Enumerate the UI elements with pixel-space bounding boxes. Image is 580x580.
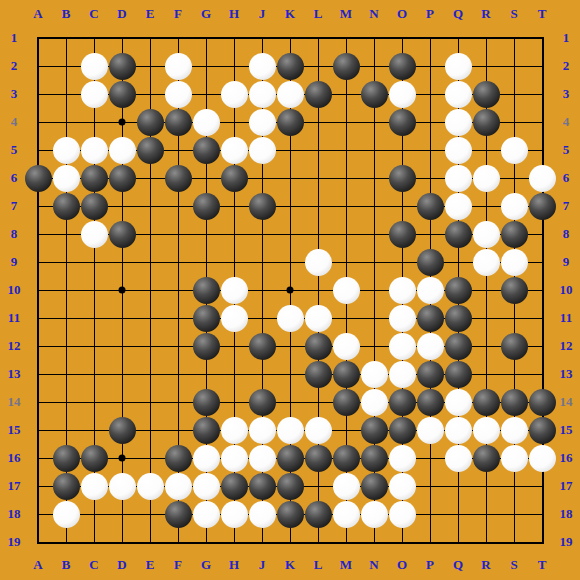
white-stone-Q15 [445,417,472,444]
white-stone-M17 [333,473,360,500]
black-stone-P11 [417,305,444,332]
white-stone-G4 [193,109,220,136]
white-stone-S15 [501,417,528,444]
white-stone-Q7 [445,193,472,220]
white-stone-N13 [361,361,388,388]
black-stone-P14 [417,389,444,416]
column-label-top-J: J [248,6,276,22]
white-stone-J18 [249,501,276,528]
column-label-bottom-M: M [332,557,360,573]
white-stone-Q2 [445,53,472,80]
white-stone-O17 [389,473,416,500]
white-stone-M18 [333,501,360,528]
black-stone-N16 [361,445,388,472]
row-label-right-16: 16 [552,450,580,466]
white-stone-E17 [137,473,164,500]
black-stone-H6 [221,165,248,192]
column-label-bottom-B: B [52,557,80,573]
column-label-bottom-A: A [24,557,52,573]
white-stone-B6 [53,165,80,192]
row-label-left-11: 11 [0,310,28,326]
black-stone-D2 [109,53,136,80]
column-label-bottom-F: F [164,557,192,573]
column-label-top-T: T [528,6,556,22]
white-stone-J2 [249,53,276,80]
black-stone-N3 [361,81,388,108]
row-label-left-3: 3 [0,86,28,102]
column-label-top-C: C [80,6,108,22]
black-stone-Q13 [445,361,472,388]
row-label-left-13: 13 [0,366,28,382]
column-label-top-S: S [500,6,528,22]
row-label-right-12: 12 [552,338,580,354]
black-stone-S10 [501,277,528,304]
white-stone-H18 [221,501,248,528]
row-label-left-5: 5 [0,142,28,158]
white-stone-C5 [81,137,108,164]
black-stone-G10 [193,277,220,304]
white-stone-C3 [81,81,108,108]
black-stone-B16 [53,445,80,472]
white-stone-H16 [221,445,248,472]
white-stone-C2 [81,53,108,80]
black-stone-Q12 [445,333,472,360]
row-label-right-3: 3 [552,86,580,102]
column-label-bottom-T: T [528,557,556,573]
row-label-right-17: 17 [552,478,580,494]
black-stone-P13 [417,361,444,388]
row-label-left-12: 12 [0,338,28,354]
column-label-top-N: N [360,6,388,22]
white-stone-O3 [389,81,416,108]
black-stone-L3 [305,81,332,108]
white-stone-H3 [221,81,248,108]
column-label-bottom-O: O [388,557,416,573]
white-stone-P10 [417,277,444,304]
white-stone-B5 [53,137,80,164]
black-stone-G11 [193,305,220,332]
column-label-top-D: D [108,6,136,22]
black-stone-B17 [53,473,80,500]
column-label-top-G: G [192,6,220,22]
white-stone-K3 [277,81,304,108]
black-stone-O6 [389,165,416,192]
black-stone-G5 [193,137,220,164]
row-label-left-18: 18 [0,506,28,522]
white-stone-J16 [249,445,276,472]
white-stone-F3 [165,81,192,108]
white-stone-C17 [81,473,108,500]
row-label-left-14: 14 [0,394,28,410]
row-label-right-7: 7 [552,198,580,214]
column-label-bottom-Q: Q [444,557,472,573]
white-stone-O16 [389,445,416,472]
white-stone-S5 [501,137,528,164]
row-label-left-4: 4 [0,114,28,130]
column-label-top-L: L [304,6,332,22]
black-stone-M14 [333,389,360,416]
row-label-left-1: 1 [0,30,28,46]
black-stone-G12 [193,333,220,360]
white-stone-J15 [249,417,276,444]
black-stone-J17 [249,473,276,500]
white-stone-R9 [473,249,500,276]
row-label-right-18: 18 [552,506,580,522]
white-stone-Q16 [445,445,472,472]
black-stone-S14 [501,389,528,416]
column-label-top-K: K [276,6,304,22]
white-stone-H5 [221,137,248,164]
black-stone-O2 [389,53,416,80]
white-stone-R8 [473,221,500,248]
column-label-bottom-C: C [80,557,108,573]
black-stone-C7 [81,193,108,220]
black-stone-F6 [165,165,192,192]
black-stone-R16 [473,445,500,472]
column-label-bottom-N: N [360,557,388,573]
white-stone-D5 [109,137,136,164]
column-label-bottom-H: H [220,557,248,573]
white-stone-K15 [277,417,304,444]
black-stone-F18 [165,501,192,528]
black-stone-L16 [305,445,332,472]
white-stone-Q5 [445,137,472,164]
black-stone-M13 [333,361,360,388]
black-stone-D3 [109,81,136,108]
black-stone-Q8 [445,221,472,248]
row-label-left-17: 17 [0,478,28,494]
black-stone-G7 [193,193,220,220]
white-stone-F2 [165,53,192,80]
white-stone-S16 [501,445,528,472]
column-label-top-F: F [164,6,192,22]
white-stone-G18 [193,501,220,528]
white-stone-L9 [305,249,332,276]
white-stone-D17 [109,473,136,500]
white-stone-J3 [249,81,276,108]
black-stone-K16 [277,445,304,472]
white-stone-F17 [165,473,192,500]
column-label-top-O: O [388,6,416,22]
white-stone-P12 [417,333,444,360]
black-stone-P9 [417,249,444,276]
black-stone-S8 [501,221,528,248]
black-stone-G14 [193,389,220,416]
black-stone-C6 [81,165,108,192]
white-stone-R6 [473,165,500,192]
row-label-right-8: 8 [552,226,580,242]
white-stone-H10 [221,277,248,304]
column-label-top-Q: Q [444,6,472,22]
black-stone-N17 [361,473,388,500]
white-stone-J4 [249,109,276,136]
column-label-top-B: B [52,6,80,22]
column-label-bottom-D: D [108,557,136,573]
column-label-bottom-L: L [304,557,332,573]
row-label-right-2: 2 [552,58,580,74]
white-stone-O12 [389,333,416,360]
black-stone-G15 [193,417,220,444]
row-label-left-8: 8 [0,226,28,242]
row-label-right-15: 15 [552,422,580,438]
column-label-top-R: R [472,6,500,22]
column-label-top-H: H [220,6,248,22]
white-stone-Q14 [445,389,472,416]
black-stone-L18 [305,501,332,528]
white-stone-N14 [361,389,388,416]
column-label-top-E: E [136,6,164,22]
black-stone-O4 [389,109,416,136]
row-label-left-19: 19 [0,534,28,550]
black-stone-K18 [277,501,304,528]
row-label-left-6: 6 [0,170,28,186]
white-stone-Q3 [445,81,472,108]
black-stone-M16 [333,445,360,472]
black-stone-R4 [473,109,500,136]
white-stone-H11 [221,305,248,332]
black-stone-N15 [361,417,388,444]
row-label-right-10: 10 [552,282,580,298]
row-label-right-6: 6 [552,170,580,186]
black-stone-K17 [277,473,304,500]
row-label-right-1: 1 [552,30,580,46]
row-label-right-9: 9 [552,254,580,270]
row-label-left-15: 15 [0,422,28,438]
white-stone-K11 [277,305,304,332]
black-stone-O14 [389,389,416,416]
black-stone-Q11 [445,305,472,332]
black-stone-P7 [417,193,444,220]
white-stone-M12 [333,333,360,360]
white-stone-B18 [53,501,80,528]
column-label-top-A: A [24,6,52,22]
black-stone-K2 [277,53,304,80]
column-label-bottom-E: E [136,557,164,573]
row-label-left-16: 16 [0,450,28,466]
white-stone-S7 [501,193,528,220]
row-label-left-9: 9 [0,254,28,270]
black-stone-D6 [109,165,136,192]
column-label-bottom-R: R [472,557,500,573]
column-label-bottom-P: P [416,557,444,573]
row-label-right-5: 5 [552,142,580,158]
white-stone-C8 [81,221,108,248]
column-label-top-M: M [332,6,360,22]
black-stone-S12 [501,333,528,360]
black-stone-R3 [473,81,500,108]
black-stone-C16 [81,445,108,472]
white-stone-M10 [333,277,360,304]
black-stone-H17 [221,473,248,500]
white-stone-S9 [501,249,528,276]
white-stone-O18 [389,501,416,528]
white-stone-G17 [193,473,220,500]
black-stone-B7 [53,193,80,220]
black-stone-J12 [249,333,276,360]
black-stone-D8 [109,221,136,248]
go-board: AABBCCDDEEFFGGHHJJKKLLMMNNOOPPQQRRSSTT11… [0,0,580,580]
white-stone-J5 [249,137,276,164]
black-stone-E4 [137,109,164,136]
white-stone-N18 [361,501,388,528]
white-stone-H15 [221,417,248,444]
black-stone-F4 [165,109,192,136]
white-stone-O11 [389,305,416,332]
black-stone-L13 [305,361,332,388]
black-stone-J7 [249,193,276,220]
black-stone-L12 [305,333,332,360]
column-label-top-P: P [416,6,444,22]
black-stone-Q10 [445,277,472,304]
white-stone-Q6 [445,165,472,192]
stone-layer [24,24,556,556]
row-label-right-19: 19 [552,534,580,550]
black-stone-O8 [389,221,416,248]
white-stone-Q4 [445,109,472,136]
row-label-left-7: 7 [0,198,28,214]
row-label-right-14: 14 [552,394,580,410]
black-stone-A6 [25,165,52,192]
white-stone-P15 [417,417,444,444]
black-stone-D15 [109,417,136,444]
column-label-bottom-G: G [192,557,220,573]
black-stone-E5 [137,137,164,164]
white-stone-G16 [193,445,220,472]
black-stone-R14 [473,389,500,416]
white-stone-L11 [305,305,332,332]
column-label-bottom-K: K [276,557,304,573]
white-stone-O10 [389,277,416,304]
column-label-bottom-J: J [248,557,276,573]
black-stone-O15 [389,417,416,444]
white-stone-O13 [389,361,416,388]
white-stone-L15 [305,417,332,444]
column-label-bottom-S: S [500,557,528,573]
white-stone-R15 [473,417,500,444]
black-stone-K4 [277,109,304,136]
black-stone-F16 [165,445,192,472]
black-stone-J14 [249,389,276,416]
row-label-right-4: 4 [552,114,580,130]
row-label-right-13: 13 [552,366,580,382]
row-label-right-11: 11 [552,310,580,326]
row-label-left-10: 10 [0,282,28,298]
black-stone-M2 [333,53,360,80]
row-label-left-2: 2 [0,58,28,74]
